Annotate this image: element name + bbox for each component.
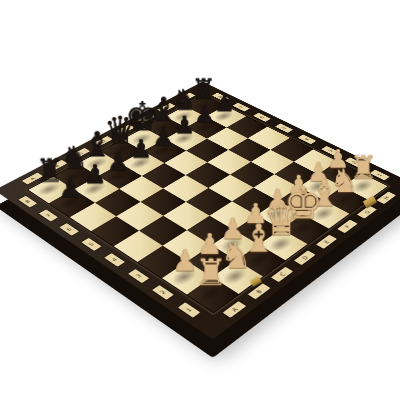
chess-set-photo: AA88BB77CC66DD55EE44FF33GG22HH11♜♞♝♛♚♝♞♜… <box>0 0 400 400</box>
background: AA88BB77CC66DD55EE44FF33GG22HH11♜♞♝♛♚♝♞♜… <box>0 0 400 400</box>
piece-white-rook[interactable]: ♜ <box>174 252 247 294</box>
chess-board: AA88BB77CC66DD55EE44FF33GG22HH11♜♞♝♛♚♝♞♜… <box>0 81 400 339</box>
piece-black-pawn[interactable]: ♟ <box>37 172 102 203</box>
